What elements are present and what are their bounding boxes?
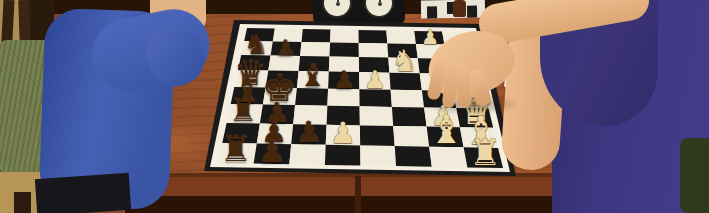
board-square[interactable] bbox=[393, 126, 429, 147]
board-square[interactable] bbox=[329, 57, 359, 73]
board-square[interactable] bbox=[260, 105, 295, 125]
board-square[interactable] bbox=[299, 56, 330, 72]
board-square[interactable] bbox=[359, 57, 390, 73]
board-square[interactable] bbox=[395, 146, 432, 167]
board-square[interactable] bbox=[359, 89, 392, 107]
board-square[interactable] bbox=[222, 123, 260, 144]
board-square[interactable] bbox=[244, 28, 275, 42]
board-square[interactable] bbox=[330, 30, 359, 44]
board-square[interactable] bbox=[273, 29, 303, 43]
board-square[interactable] bbox=[389, 73, 422, 91]
board-square[interactable] bbox=[464, 147, 503, 168]
finger bbox=[456, 64, 472, 108]
board-square[interactable] bbox=[359, 30, 388, 44]
board-square[interactable] bbox=[266, 71, 299, 89]
background-chair bbox=[680, 138, 709, 213]
board-square[interactable] bbox=[241, 41, 273, 56]
board-square[interactable] bbox=[291, 124, 326, 145]
board-square[interactable] bbox=[295, 88, 328, 106]
board-square[interactable] bbox=[414, 31, 444, 45]
chair-leg bbox=[14, 192, 31, 213]
board-square[interactable] bbox=[427, 127, 464, 148]
board-square[interactable] bbox=[359, 72, 391, 90]
board-square[interactable] bbox=[360, 145, 396, 166]
board-square[interactable] bbox=[325, 145, 361, 166]
board-square[interactable] bbox=[271, 42, 302, 57]
board-square[interactable] bbox=[289, 144, 325, 165]
left-player-lap bbox=[35, 173, 131, 213]
board-square[interactable] bbox=[293, 105, 327, 125]
board-square[interactable] bbox=[392, 107, 427, 127]
board-square[interactable] bbox=[268, 56, 300, 72]
board-square[interactable] bbox=[388, 58, 419, 74]
board-square[interactable] bbox=[359, 43, 389, 58]
board-square[interactable] bbox=[391, 90, 425, 108]
board-square[interactable] bbox=[300, 42, 330, 57]
board-square[interactable] bbox=[263, 88, 297, 106]
board-square[interactable] bbox=[386, 31, 416, 45]
tournament-scene: ♟♞♟♞♛♝♟♟♝♚♚♜♟♟♛♟♟♟♝♝♜♟♜ 6 bbox=[0, 0, 709, 213]
board-square[interactable] bbox=[360, 106, 394, 126]
board-square[interactable] bbox=[327, 106, 360, 126]
board-square[interactable] bbox=[387, 44, 418, 59]
board-square[interactable] bbox=[231, 87, 266, 105]
board-square[interactable] bbox=[302, 29, 331, 43]
board-square[interactable] bbox=[297, 71, 329, 89]
board-square[interactable] bbox=[328, 72, 359, 90]
board-square[interactable] bbox=[360, 125, 395, 146]
board-square[interactable] bbox=[227, 104, 263, 124]
board-square[interactable] bbox=[429, 147, 467, 168]
board-square[interactable] bbox=[330, 43, 359, 58]
board-square[interactable] bbox=[257, 124, 293, 145]
board-square[interactable] bbox=[254, 144, 292, 165]
board-square[interactable] bbox=[327, 89, 359, 107]
board-square[interactable] bbox=[234, 70, 268, 88]
board-square[interactable] bbox=[326, 125, 361, 146]
board-square[interactable] bbox=[460, 127, 498, 148]
board-square[interactable] bbox=[218, 143, 257, 164]
board-square[interactable] bbox=[238, 55, 271, 71]
